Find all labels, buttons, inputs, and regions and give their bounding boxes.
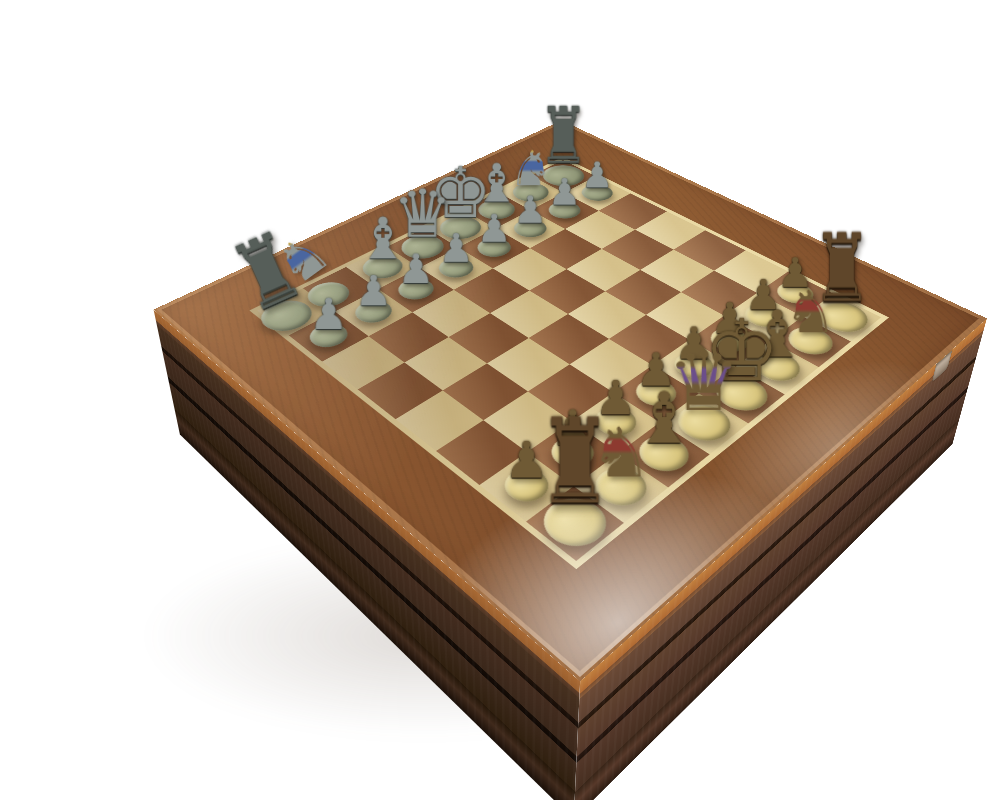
pawn-glyph: ♟ [438, 229, 473, 268]
pawn-glyph: ♟ [513, 191, 547, 228]
pieces-layer: ♜♞♝♛♚♝♞♜♟♟♟♟♟♟♟♟♟♟♟♟♟♟♟♟♜♞♝♛♚♝♞♜ [153, 120, 986, 681]
chess-box-assembly: ♜♞♝♛♚♝♞♜♟♟♟♟♟♟♟♟♟♟♟♟♟♟♟♟♜♞♝♛♚♝♞♜ [153, 120, 986, 681]
scene-3d: ♜♞♝♛♚♝♞♜♟♟♟♟♟♟♟♟♟♟♟♟♟♟♟♟♜♞♝♛♚♝♞♜ [0, 0, 995, 800]
pawn-glyph: ♟ [354, 270, 391, 312]
rook-glyph: ♜ [537, 404, 612, 522]
pawn-glyph: ♟ [581, 157, 613, 193]
product-photo-stage: ♜♞♝♛♚♝♞♜♟♟♟♟♟♟♟♟♟♟♟♟♟♟♟♟♜♞♝♛♚♝♞♜ [0, 0, 995, 800]
board-top: ♜♞♝♛♚♝♞♜♟♟♟♟♟♟♟♟♟♟♟♟♟♟♟♟♜♞♝♛♚♝♞♜ [153, 120, 986, 681]
pawn-glyph: ♟ [476, 209, 510, 247]
pawn-glyph: ♟ [548, 174, 581, 211]
pawn-glyph: ♟ [309, 293, 347, 336]
pawn-glyph: ♟ [397, 249, 433, 290]
